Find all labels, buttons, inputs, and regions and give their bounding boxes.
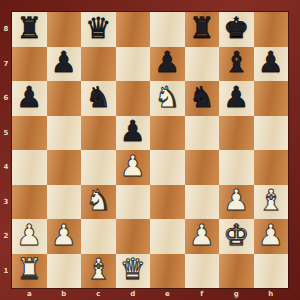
black-rook-icon: ♜ (189, 14, 215, 43)
square-c2[interactable] (81, 219, 116, 254)
square-d6[interactable] (116, 81, 151, 116)
black-queen-icon: ♛ (85, 14, 111, 43)
square-d4[interactable]: ♟ (116, 150, 151, 185)
file-label-a: a (12, 288, 47, 300)
square-b7[interactable]: ♟ (47, 47, 82, 82)
square-g4[interactable] (219, 150, 254, 185)
black-pawn-icon: ♟ (154, 48, 180, 77)
square-a2[interactable]: ♟ (12, 219, 47, 254)
file-label-h: h (254, 288, 289, 300)
square-b1[interactable] (47, 254, 82, 289)
square-f1[interactable] (185, 254, 220, 289)
square-b5[interactable] (47, 116, 82, 151)
square-e2[interactable] (150, 219, 185, 254)
rank-labels: 87654321 (0, 12, 12, 288)
square-h1[interactable] (254, 254, 289, 289)
white-king-icon: ♚ (223, 221, 249, 250)
white-pawn-icon: ♟ (223, 186, 249, 215)
chess-board-frame: 87654321 ♜♛♜♚♟♟♝♟♟♞♞♞♟♟♟♞♟♝♟♟♟♚♟♜♝♛ abcd… (0, 0, 300, 300)
square-g1[interactable] (219, 254, 254, 289)
square-b3[interactable] (47, 185, 82, 220)
file-label-e: e (150, 288, 185, 300)
rank-label-8: 8 (0, 12, 12, 47)
square-g8[interactable]: ♚ (219, 12, 254, 47)
square-f3[interactable] (185, 185, 220, 220)
square-f7[interactable] (185, 47, 220, 82)
white-queen-icon: ♛ (120, 255, 146, 284)
square-c6[interactable]: ♞ (81, 81, 116, 116)
black-pawn-icon: ♟ (258, 48, 284, 77)
square-f4[interactable] (185, 150, 220, 185)
white-rook-icon: ♜ (16, 255, 42, 284)
square-a4[interactable] (12, 150, 47, 185)
square-b2[interactable]: ♟ (47, 219, 82, 254)
square-g7[interactable]: ♝ (219, 47, 254, 82)
square-f6[interactable]: ♞ (185, 81, 220, 116)
black-pawn-icon: ♟ (16, 83, 42, 112)
rank-label-6: 6 (0, 81, 12, 116)
square-a7[interactable] (12, 47, 47, 82)
rank-label-4: 4 (0, 150, 12, 185)
black-king-icon: ♚ (223, 14, 249, 43)
file-label-f: f (185, 288, 220, 300)
square-e3[interactable] (150, 185, 185, 220)
square-c3[interactable]: ♞ (81, 185, 116, 220)
square-h5[interactable] (254, 116, 289, 151)
square-g5[interactable] (219, 116, 254, 151)
square-d1[interactable]: ♛ (116, 254, 151, 289)
square-f2[interactable]: ♟ (185, 219, 220, 254)
black-rook-icon: ♜ (16, 14, 42, 43)
black-pawn-icon: ♟ (120, 117, 146, 146)
white-pawn-icon: ♟ (258, 221, 284, 250)
square-a6[interactable]: ♟ (12, 81, 47, 116)
square-e8[interactable] (150, 12, 185, 47)
square-h7[interactable]: ♟ (254, 47, 289, 82)
white-pawn-icon: ♟ (51, 221, 77, 250)
square-c5[interactable] (81, 116, 116, 151)
square-e1[interactable] (150, 254, 185, 289)
square-c8[interactable]: ♛ (81, 12, 116, 47)
file-labels: abcdefgh (12, 288, 288, 300)
file-label-g: g (219, 288, 254, 300)
square-e6[interactable]: ♞ (150, 81, 185, 116)
white-bishop-icon: ♝ (85, 255, 111, 284)
white-pawn-icon: ♟ (189, 221, 215, 250)
square-e7[interactable]: ♟ (150, 47, 185, 82)
square-h4[interactable] (254, 150, 289, 185)
square-h3[interactable]: ♝ (254, 185, 289, 220)
file-label-d: d (116, 288, 151, 300)
black-knight-icon: ♞ (85, 83, 111, 112)
black-knight-icon: ♞ (189, 83, 215, 112)
black-pawn-icon: ♟ (223, 83, 249, 112)
square-c1[interactable]: ♝ (81, 254, 116, 289)
rank-label-3: 3 (0, 185, 12, 220)
square-c7[interactable] (81, 47, 116, 82)
square-d7[interactable] (116, 47, 151, 82)
square-d5[interactable]: ♟ (116, 116, 151, 151)
square-b8[interactable] (47, 12, 82, 47)
square-d3[interactable] (116, 185, 151, 220)
rank-label-5: 5 (0, 116, 12, 151)
rank-label-1: 1 (0, 254, 12, 289)
white-bishop-icon: ♝ (258, 186, 284, 215)
square-a5[interactable] (12, 116, 47, 151)
file-label-b: b (47, 288, 82, 300)
square-d8[interactable] (116, 12, 151, 47)
square-f5[interactable] (185, 116, 220, 151)
square-f8[interactable]: ♜ (185, 12, 220, 47)
square-b6[interactable] (47, 81, 82, 116)
square-g2[interactable]: ♚ (219, 219, 254, 254)
square-b4[interactable] (47, 150, 82, 185)
square-a8[interactable]: ♜ (12, 12, 47, 47)
file-label-c: c (81, 288, 116, 300)
square-a3[interactable] (12, 185, 47, 220)
square-a1[interactable]: ♜ (12, 254, 47, 289)
square-e5[interactable] (150, 116, 185, 151)
square-e4[interactable] (150, 150, 185, 185)
white-knight-icon: ♞ (154, 83, 180, 112)
square-g3[interactable]: ♟ (219, 185, 254, 220)
square-h6[interactable] (254, 81, 289, 116)
board-grid: ♜♛♜♚♟♟♝♟♟♞♞♞♟♟♟♞♟♝♟♟♟♚♟♜♝♛ (12, 12, 288, 288)
white-pawn-icon: ♟ (120, 152, 146, 181)
white-pawn-icon: ♟ (16, 221, 42, 250)
square-g6[interactable]: ♟ (219, 81, 254, 116)
rank-label-2: 2 (0, 219, 12, 254)
square-c4[interactable] (81, 150, 116, 185)
white-knight-icon: ♞ (85, 186, 111, 215)
square-h8[interactable] (254, 12, 289, 47)
square-h2[interactable]: ♟ (254, 219, 289, 254)
black-bishop-icon: ♝ (223, 48, 249, 77)
rank-label-7: 7 (0, 47, 12, 82)
square-d2[interactable] (116, 219, 151, 254)
black-pawn-icon: ♟ (51, 48, 77, 77)
